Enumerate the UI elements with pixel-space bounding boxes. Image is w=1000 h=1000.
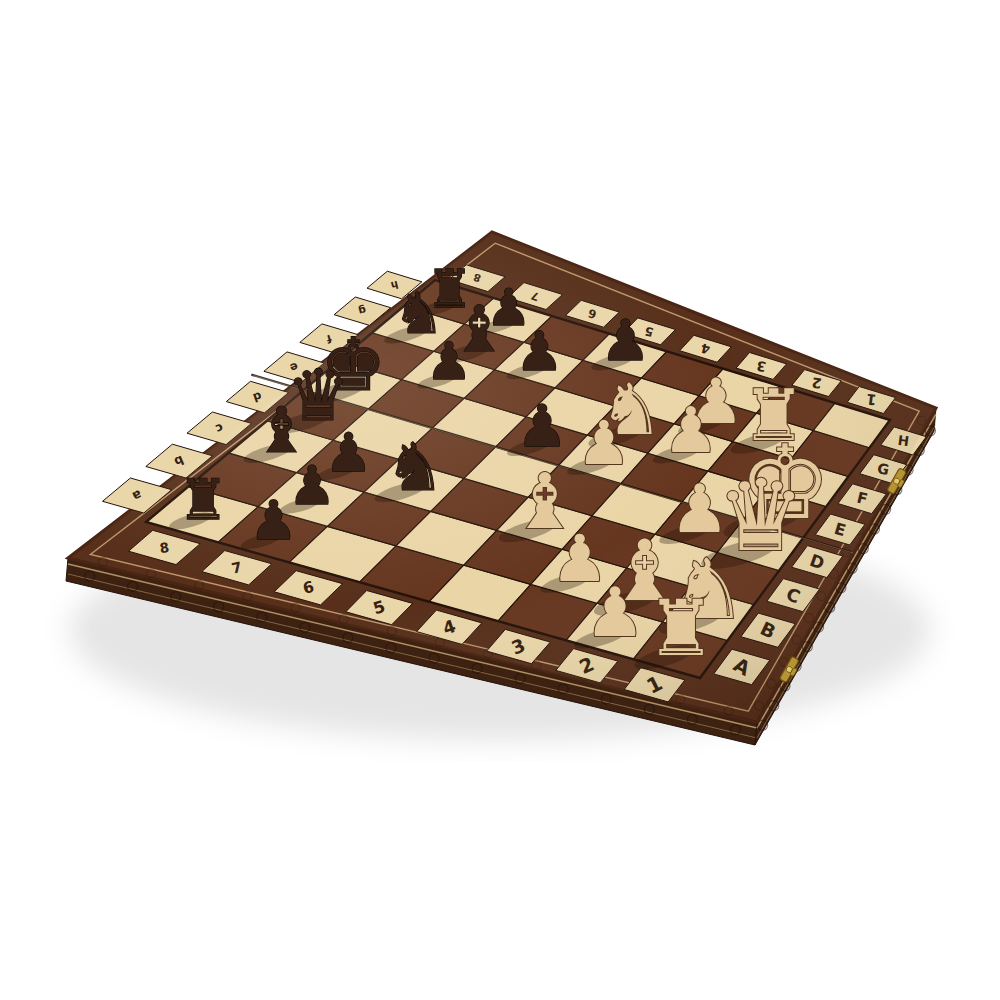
chessboard: 87654321ABCDEFGHabcdefgh87654321♜♟♞♝♟♟♟♚… <box>0 0 1000 1000</box>
white-pawn[interactable]: ♟ <box>577 408 631 478</box>
chess-set-photo: 87654321ABCDEFGHabcdefgh87654321♜♟♞♝♟♟♟♚… <box>0 0 1000 1000</box>
black-rook[interactable]: ♜ <box>178 467 228 532</box>
white-pawn[interactable]: ♟ <box>663 394 719 467</box>
black-pawn[interactable]: ♟ <box>516 392 568 460</box>
black-knight[interactable]: ♞ <box>385 429 444 506</box>
black-pawn[interactable]: ♟ <box>426 331 472 391</box>
black-pawn[interactable]: ♟ <box>600 308 650 373</box>
white-pawn[interactable]: ♟ <box>585 573 646 652</box>
white-rook[interactable]: ♜ <box>646 583 715 673</box>
black-pawn[interactable]: ♟ <box>515 320 563 383</box>
coord-near-right-label-H: H <box>897 433 910 449</box>
coord-far-right-label-1: 1 <box>865 391 877 409</box>
black-pawn[interactable]: ♟ <box>249 489 298 552</box>
